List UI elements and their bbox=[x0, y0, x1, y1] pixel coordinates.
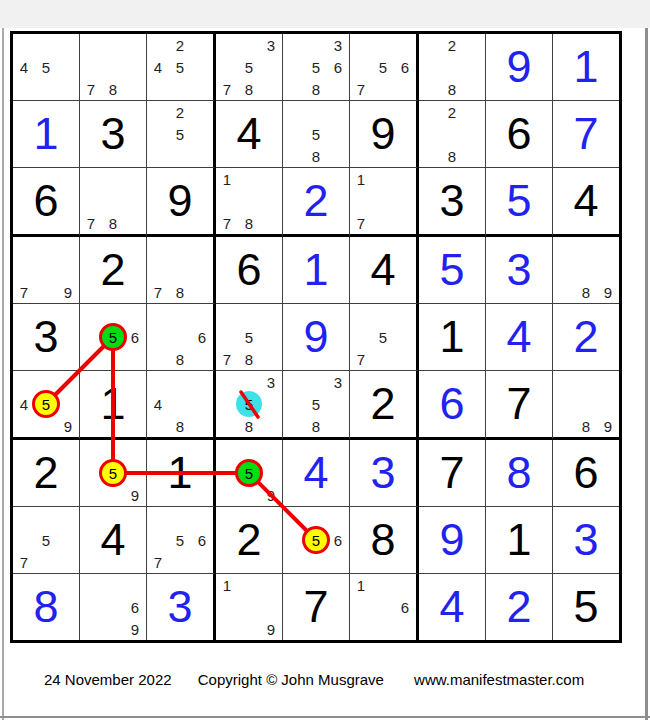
empty-slot bbox=[463, 78, 485, 100]
empty-slot bbox=[35, 259, 57, 281]
candidate-5: 5 bbox=[169, 529, 191, 551]
empty-slot bbox=[191, 237, 213, 259]
empty-slot bbox=[216, 484, 238, 506]
digit-given: 4 bbox=[553, 168, 619, 234]
cell-r7c4[interactable]: 59 bbox=[216, 440, 283, 507]
cell-r9c5[interactable]: 7 bbox=[283, 574, 350, 640]
cell-r7c8[interactable]: 8 bbox=[486, 440, 553, 507]
cell-r1c8[interactable]: 9 bbox=[486, 34, 553, 101]
empty-slot bbox=[216, 304, 238, 326]
empty-slot bbox=[102, 348, 124, 370]
empty-slot bbox=[463, 34, 485, 56]
candidate-9: 9 bbox=[124, 484, 146, 506]
empty-slot bbox=[305, 551, 327, 573]
empty-slot bbox=[350, 304, 372, 326]
cell-r8c6[interactable]: 8 bbox=[350, 507, 419, 574]
digit-given: 3 bbox=[419, 168, 485, 234]
empty-slot bbox=[216, 371, 238, 393]
empty-slot bbox=[553, 415, 575, 437]
cell-r4c5[interactable]: 1 bbox=[283, 237, 350, 304]
digit-solved: 8 bbox=[13, 574, 79, 640]
candidate-5: 5 bbox=[305, 529, 327, 551]
cell-r6c7[interactable]: 6 bbox=[419, 371, 486, 440]
empty-slot bbox=[372, 618, 394, 640]
digit-given: 4 bbox=[350, 237, 416, 303]
cell-r6c1[interactable]: 459 bbox=[13, 371, 80, 440]
cell-r1c5[interactable]: 3568 bbox=[283, 34, 350, 101]
digit-solved: 9 bbox=[283, 304, 349, 370]
digit-solved: 1 bbox=[13, 101, 79, 167]
empty-slot bbox=[394, 78, 416, 100]
footer-website[interactable]: www.manifestmaster.com bbox=[414, 671, 584, 688]
empty-slot bbox=[372, 348, 394, 370]
empty-slot bbox=[80, 462, 102, 484]
pencilmarks: 56 bbox=[283, 507, 349, 573]
cell-r5c9[interactable]: 2 bbox=[553, 304, 619, 371]
pencilmarks: 19 bbox=[216, 574, 282, 640]
candidate-8: 8 bbox=[238, 78, 260, 100]
empty-slot bbox=[35, 34, 57, 56]
empty-slot bbox=[147, 145, 169, 167]
cell-r7c9[interactable]: 6 bbox=[553, 440, 619, 507]
cell-r8c5[interactable]: 56 bbox=[283, 507, 350, 574]
empty-slot bbox=[124, 440, 146, 462]
empty-slot bbox=[394, 326, 416, 348]
candidate-7: 7 bbox=[147, 281, 169, 303]
empty-slot bbox=[394, 190, 416, 212]
empty-slot bbox=[13, 371, 35, 393]
empty-slot bbox=[102, 304, 124, 326]
cell-r8c2[interactable]: 4 bbox=[80, 507, 147, 574]
empty-slot bbox=[283, 529, 305, 551]
candidate-8: 8 bbox=[169, 281, 191, 303]
empty-slot bbox=[169, 393, 191, 415]
cell-r4c4[interactable]: 6 bbox=[216, 237, 283, 304]
empty-slot bbox=[191, 371, 213, 393]
candidate-1: 1 bbox=[350, 574, 372, 596]
cell-r1c1[interactable]: 45 bbox=[13, 34, 80, 101]
empty-slot bbox=[191, 101, 213, 123]
candidate-6: 6 bbox=[191, 326, 213, 348]
candidate-9: 9 bbox=[57, 415, 79, 437]
empty-slot bbox=[80, 168, 102, 190]
pencilmarks: 567 bbox=[147, 507, 213, 573]
empty-slot bbox=[372, 596, 394, 618]
pencilmarks: 78 bbox=[80, 168, 146, 234]
cell-r5c4[interactable]: 578 bbox=[216, 304, 283, 371]
cell-r2c5[interactable]: 58 bbox=[283, 101, 350, 168]
empty-slot bbox=[394, 34, 416, 56]
digit-solved: 2 bbox=[486, 574, 552, 640]
candidate-7: 7 bbox=[350, 212, 372, 234]
candidate-4: 4 bbox=[147, 56, 169, 78]
cell-r2c4[interactable]: 4 bbox=[216, 101, 283, 168]
candidate-6: 6 bbox=[394, 56, 416, 78]
empty-slot bbox=[441, 56, 463, 78]
cell-r3c1[interactable]: 6 bbox=[13, 168, 80, 237]
empty-slot bbox=[350, 596, 372, 618]
candidate-5: 5 bbox=[372, 56, 394, 78]
pencilmarks: 69 bbox=[80, 574, 146, 640]
empty-slot bbox=[57, 78, 79, 100]
empty-slot bbox=[191, 393, 213, 415]
pencilmarks: 78 bbox=[147, 237, 213, 303]
pencilmarks: 57 bbox=[13, 507, 79, 573]
candidate-7: 7 bbox=[147, 551, 169, 573]
candidate-7: 7 bbox=[350, 348, 372, 370]
cell-r5c6[interactable]: 57 bbox=[350, 304, 419, 371]
cell-r4c1[interactable]: 79 bbox=[13, 237, 80, 304]
board-row-8: 5745672568913 bbox=[13, 507, 619, 574]
cell-r2c2[interactable]: 3 bbox=[80, 101, 147, 168]
empty-slot bbox=[102, 440, 124, 462]
empty-slot bbox=[597, 259, 619, 281]
cell-r5c3[interactable]: 68 bbox=[147, 304, 216, 371]
cell-r2c6[interactable]: 9 bbox=[350, 101, 419, 168]
pencilmarks: 3578 bbox=[216, 34, 282, 100]
footer: 24 November 2022 Copyright © John Musgra… bbox=[44, 671, 584, 688]
cell-r3c7[interactable]: 3 bbox=[419, 168, 486, 237]
candidate-3: 3 bbox=[260, 34, 282, 56]
cell-r8c8[interactable]: 1 bbox=[486, 507, 553, 574]
pencilmarks: 358 bbox=[283, 371, 349, 437]
empty-slot bbox=[57, 393, 79, 415]
pencilmarks: 56 bbox=[80, 304, 146, 370]
empty-slot bbox=[463, 101, 485, 123]
cell-r3c5[interactable]: 2 bbox=[283, 168, 350, 237]
cell-r1c7[interactable]: 28 bbox=[419, 34, 486, 101]
digit-given: 6 bbox=[13, 168, 79, 234]
cell-r9c4[interactable]: 19 bbox=[216, 574, 283, 640]
empty-slot bbox=[238, 574, 260, 596]
board-row-9: 869319716425 bbox=[13, 574, 619, 640]
digit-given: 1 bbox=[486, 507, 552, 573]
board-row-4: 792786145389 bbox=[13, 237, 619, 304]
cell-r8c4[interactable]: 2 bbox=[216, 507, 283, 574]
candidate-8: 8 bbox=[305, 415, 327, 437]
cell-r9c9[interactable]: 5 bbox=[553, 574, 619, 640]
cell-r1c3[interactable]: 245 bbox=[147, 34, 216, 101]
cell-r2c1[interactable]: 1 bbox=[13, 101, 80, 168]
cell-r2c7[interactable]: 28 bbox=[419, 101, 486, 168]
cell-r3c9[interactable]: 4 bbox=[553, 168, 619, 237]
cell-r8c9[interactable]: 3 bbox=[553, 507, 619, 574]
empty-slot bbox=[147, 371, 169, 393]
empty-slot bbox=[57, 371, 79, 393]
empty-slot bbox=[283, 393, 305, 415]
empty-slot bbox=[191, 415, 213, 437]
empty-slot bbox=[147, 326, 169, 348]
cell-r5c1[interactable]: 3 bbox=[13, 304, 80, 371]
cell-r5c7[interactable]: 1 bbox=[419, 304, 486, 371]
pencilmarks: 178 bbox=[216, 168, 282, 234]
empty-slot bbox=[350, 56, 372, 78]
empty-slot bbox=[13, 507, 35, 529]
empty-slot bbox=[147, 415, 169, 437]
cell-r8c1[interactable]: 57 bbox=[13, 507, 80, 574]
pencilmarks: 59 bbox=[216, 440, 282, 506]
candidate-8: 8 bbox=[238, 212, 260, 234]
empty-slot bbox=[260, 78, 282, 100]
cell-r7c5[interactable]: 4 bbox=[283, 440, 350, 507]
empty-slot bbox=[124, 304, 146, 326]
cell-r4c9[interactable]: 89 bbox=[553, 237, 619, 304]
empty-slot bbox=[372, 78, 394, 100]
empty-slot bbox=[394, 618, 416, 640]
candidate-8: 8 bbox=[169, 415, 191, 437]
candidate-2: 2 bbox=[441, 101, 463, 123]
candidate-1: 1 bbox=[216, 574, 238, 596]
cell-r9c6[interactable]: 16 bbox=[350, 574, 419, 640]
digit-given: 9 bbox=[147, 168, 213, 234]
empty-slot bbox=[372, 190, 394, 212]
empty-slot bbox=[191, 145, 213, 167]
empty-slot bbox=[80, 348, 102, 370]
empty-slot bbox=[283, 78, 305, 100]
candidate-7: 7 bbox=[80, 212, 102, 234]
cell-r2c3[interactable]: 25 bbox=[147, 101, 216, 168]
empty-slot bbox=[216, 596, 238, 618]
empty-slot bbox=[124, 574, 146, 596]
candidate-5: 5 bbox=[372, 326, 394, 348]
sudoku-board: 4578245357835685672891132545892867678917… bbox=[10, 31, 622, 643]
cell-r8c7[interactable]: 9 bbox=[419, 507, 486, 574]
cell-r9c2[interactable]: 69 bbox=[80, 574, 147, 640]
cell-r3c6[interactable]: 17 bbox=[350, 168, 419, 237]
empty-slot bbox=[191, 78, 213, 100]
candidate-8: 8 bbox=[238, 415, 260, 437]
cell-r4c3[interactable]: 78 bbox=[147, 237, 216, 304]
cell-r2c9[interactable]: 7 bbox=[553, 101, 619, 168]
candidate-4: 4 bbox=[147, 393, 169, 415]
cell-r6c3[interactable]: 48 bbox=[147, 371, 216, 440]
cell-r4c6[interactable]: 4 bbox=[350, 237, 419, 304]
cell-r9c1[interactable]: 8 bbox=[13, 574, 80, 640]
cell-r5c5[interactable]: 9 bbox=[283, 304, 350, 371]
cell-r3c3[interactable]: 9 bbox=[147, 168, 216, 237]
digit-solved: 2 bbox=[283, 168, 349, 234]
page-edge-right bbox=[645, 0, 648, 720]
pencilmarks: 578 bbox=[216, 304, 282, 370]
cell-r9c3[interactable]: 3 bbox=[147, 574, 216, 640]
pencilmarks: 45 bbox=[13, 34, 79, 100]
cell-r6c5[interactable]: 358 bbox=[283, 371, 350, 440]
empty-slot bbox=[553, 393, 575, 415]
empty-slot bbox=[394, 348, 416, 370]
cell-r7c7[interactable]: 7 bbox=[419, 440, 486, 507]
empty-slot bbox=[124, 56, 146, 78]
empty-slot bbox=[463, 56, 485, 78]
empty-slot bbox=[124, 212, 146, 234]
digit-solved: 4 bbox=[419, 574, 485, 640]
empty-slot bbox=[57, 551, 79, 573]
pencilmarks: 28 bbox=[419, 101, 485, 167]
digit-given: 8 bbox=[350, 507, 416, 573]
candidate-8: 8 bbox=[102, 78, 124, 100]
empty-slot bbox=[575, 393, 597, 415]
empty-slot bbox=[283, 371, 305, 393]
empty-slot bbox=[80, 484, 102, 506]
empty-slot bbox=[147, 348, 169, 370]
cell-r7c6[interactable]: 3 bbox=[350, 440, 419, 507]
empty-slot bbox=[283, 551, 305, 573]
digit-given: 2 bbox=[350, 371, 416, 437]
candidate-7: 7 bbox=[350, 78, 372, 100]
cell-r6c4[interactable]: 358 bbox=[216, 371, 283, 440]
empty-slot bbox=[238, 371, 260, 393]
empty-slot bbox=[191, 123, 213, 145]
cell-r4c7[interactable]: 5 bbox=[419, 237, 486, 304]
empty-slot bbox=[327, 101, 349, 123]
empty-slot bbox=[394, 304, 416, 326]
cell-r1c6[interactable]: 567 bbox=[350, 34, 419, 101]
candidate-5: 5 bbox=[238, 393, 260, 415]
candidate-9: 9 bbox=[260, 484, 282, 506]
empty-slot bbox=[283, 123, 305, 145]
empty-slot bbox=[124, 348, 146, 370]
empty-slot bbox=[191, 56, 213, 78]
digit-given: 1 bbox=[419, 304, 485, 370]
candidate-5: 5 bbox=[238, 56, 260, 78]
pencilmarks: 459 bbox=[13, 371, 79, 437]
cell-r8c3[interactable]: 567 bbox=[147, 507, 216, 574]
empty-slot bbox=[350, 618, 372, 640]
candidate-6: 6 bbox=[124, 326, 146, 348]
empty-slot bbox=[191, 259, 213, 281]
cell-r3c2[interactable]: 78 bbox=[80, 168, 147, 237]
empty-slot bbox=[238, 34, 260, 56]
empty-slot bbox=[57, 237, 79, 259]
cell-r7c1[interactable]: 2 bbox=[13, 440, 80, 507]
empty-slot bbox=[216, 393, 238, 415]
cell-r1c4[interactable]: 3578 bbox=[216, 34, 283, 101]
candidate-8: 8 bbox=[441, 78, 463, 100]
digit-solved: 5 bbox=[486, 168, 552, 234]
empty-slot bbox=[283, 145, 305, 167]
empty-slot bbox=[575, 237, 597, 259]
digit-given: 2 bbox=[80, 237, 146, 303]
empty-slot bbox=[575, 259, 597, 281]
empty-slot bbox=[597, 371, 619, 393]
cell-r6c6[interactable]: 2 bbox=[350, 371, 419, 440]
cell-r6c8[interactable]: 7 bbox=[486, 371, 553, 440]
candidate-2: 2 bbox=[169, 34, 191, 56]
empty-slot bbox=[169, 145, 191, 167]
empty-slot bbox=[191, 551, 213, 573]
cell-r9c8[interactable]: 2 bbox=[486, 574, 553, 640]
empty-slot bbox=[372, 304, 394, 326]
digit-given: 3 bbox=[80, 101, 146, 167]
pencilmarks: 25 bbox=[147, 101, 213, 167]
digit-solved: 9 bbox=[419, 507, 485, 573]
pencilmarks: 28 bbox=[419, 34, 485, 100]
pencilmarks: 89 bbox=[553, 371, 619, 437]
empty-slot bbox=[350, 190, 372, 212]
empty-slot bbox=[57, 529, 79, 551]
empty-slot bbox=[13, 415, 35, 437]
cell-r4c8[interactable]: 3 bbox=[486, 237, 553, 304]
empty-slot bbox=[80, 190, 102, 212]
empty-slot bbox=[238, 168, 260, 190]
empty-slot bbox=[216, 34, 238, 56]
empty-slot bbox=[327, 393, 349, 415]
digit-given: 6 bbox=[216, 237, 282, 303]
cell-r6c2[interactable]: 1 bbox=[80, 371, 147, 440]
empty-slot bbox=[327, 415, 349, 437]
empty-slot bbox=[216, 462, 238, 484]
empty-slot bbox=[80, 618, 102, 640]
pencilmarks: 17 bbox=[350, 168, 416, 234]
board-row-1: 4578245357835685672891 bbox=[13, 34, 619, 101]
cell-r7c2[interactable]: 59 bbox=[80, 440, 147, 507]
empty-slot bbox=[216, 190, 238, 212]
empty-slot bbox=[147, 259, 169, 281]
candidate-5: 5 bbox=[35, 393, 57, 415]
cell-r3c4[interactable]: 178 bbox=[216, 168, 283, 237]
pencilmarks: 78 bbox=[80, 34, 146, 100]
empty-slot bbox=[147, 507, 169, 529]
candidate-3: 3 bbox=[260, 371, 282, 393]
cell-r5c2[interactable]: 56 bbox=[80, 304, 147, 371]
empty-slot bbox=[260, 304, 282, 326]
cell-r7c3[interactable]: 1 bbox=[147, 440, 216, 507]
cell-r4c2[interactable]: 2 bbox=[80, 237, 147, 304]
cell-r3c8[interactable]: 5 bbox=[486, 168, 553, 237]
cell-r9c7[interactable]: 4 bbox=[419, 574, 486, 640]
empty-slot bbox=[260, 596, 282, 618]
empty-slot bbox=[124, 168, 146, 190]
empty-slot bbox=[327, 551, 349, 573]
cell-r1c9[interactable]: 1 bbox=[553, 34, 619, 101]
empty-slot bbox=[102, 574, 124, 596]
cell-r5c8[interactable]: 4 bbox=[486, 304, 553, 371]
cell-r6c9[interactable]: 89 bbox=[553, 371, 619, 440]
board-row-5: 35668578957142 bbox=[13, 304, 619, 371]
candidate-6: 6 bbox=[394, 596, 416, 618]
empty-slot bbox=[394, 212, 416, 234]
cell-r2c8[interactable]: 6 bbox=[486, 101, 553, 168]
empty-slot bbox=[57, 34, 79, 56]
empty-slot bbox=[13, 78, 35, 100]
empty-slot bbox=[350, 326, 372, 348]
digit-solved: 3 bbox=[486, 237, 552, 303]
empty-slot bbox=[238, 440, 260, 462]
empty-slot bbox=[327, 123, 349, 145]
candidate-6: 6 bbox=[327, 529, 349, 551]
empty-slot bbox=[35, 507, 57, 529]
empty-slot bbox=[124, 78, 146, 100]
empty-slot bbox=[419, 78, 441, 100]
candidate-5: 5 bbox=[305, 123, 327, 145]
digit-solved: 5 bbox=[419, 237, 485, 303]
empty-slot bbox=[260, 462, 282, 484]
empty-slot bbox=[350, 34, 372, 56]
cell-r1c2[interactable]: 78 bbox=[80, 34, 147, 101]
pencilmarks: 48 bbox=[147, 371, 213, 437]
header-band bbox=[0, 0, 650, 28]
empty-slot bbox=[13, 529, 35, 551]
empty-slot bbox=[260, 212, 282, 234]
empty-slot bbox=[35, 415, 57, 437]
empty-slot bbox=[147, 304, 169, 326]
pencilmarks: 567 bbox=[350, 34, 416, 100]
empty-slot bbox=[147, 529, 169, 551]
candidate-9: 9 bbox=[260, 618, 282, 640]
empty-slot bbox=[283, 34, 305, 56]
empty-slot bbox=[80, 34, 102, 56]
digit-solved: 4 bbox=[283, 440, 349, 506]
board-row-3: 6789178217354 bbox=[13, 168, 619, 237]
